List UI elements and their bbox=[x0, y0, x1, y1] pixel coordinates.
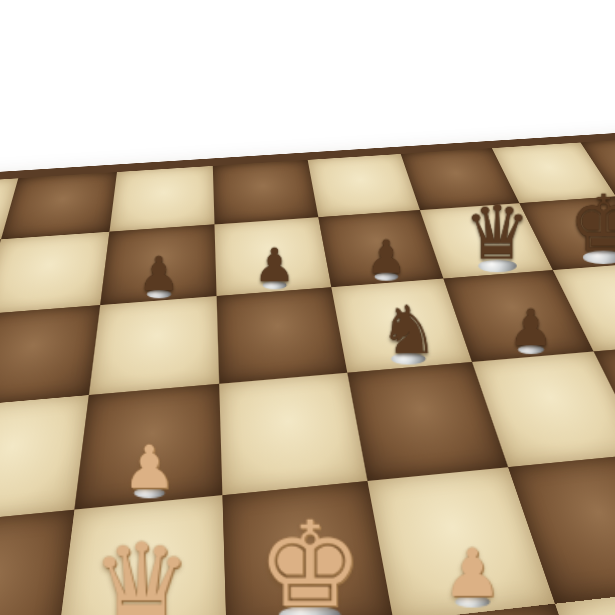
piece-black-king[interactable]: ♚ bbox=[569, 184, 615, 262]
square-b6[interactable] bbox=[0, 305, 100, 407]
square-d4[interactable]: ♚ bbox=[223, 481, 394, 615]
square-d8[interactable] bbox=[213, 160, 318, 225]
piece-white-pawn[interactable]: ♟ bbox=[122, 437, 175, 496]
square-c4[interactable]: ♛ bbox=[55, 495, 228, 615]
studio-backdrop: ♟♟♟♛♚♞♟♟♟♟♟♟♛♚♟♟♟♜ bbox=[0, 0, 615, 615]
square-c5[interactable]: ♟ bbox=[74, 384, 223, 510]
square-c8[interactable] bbox=[109, 166, 215, 232]
piece-black-knight[interactable]: ♞ bbox=[379, 297, 438, 363]
piece-black-pawn[interactable]: ♟ bbox=[253, 242, 294, 288]
square-b8[interactable] bbox=[1, 172, 117, 239]
piece-black-pawn[interactable]: ♟ bbox=[366, 233, 407, 279]
square-c6[interactable] bbox=[88, 296, 219, 395]
square-c7[interactable]: ♟ bbox=[100, 225, 217, 305]
square-b7[interactable] bbox=[0, 232, 109, 314]
square-d6[interactable] bbox=[217, 287, 347, 384]
piece-black-pawn[interactable]: ♟ bbox=[508, 302, 553, 352]
piece-black-pawn[interactable]: ♟ bbox=[138, 250, 180, 297]
square-d7[interactable]: ♟ bbox=[215, 217, 332, 295]
piece-black-queen[interactable]: ♛ bbox=[463, 196, 530, 271]
piece-white-king[interactable]: ♚ bbox=[258, 506, 364, 615]
piece-white-queen[interactable]: ♛ bbox=[91, 530, 193, 615]
chess-board: ♟♟♟♛♚♞♟♟♟♟♟♟♛♚♟♟♟♜ bbox=[0, 129, 615, 615]
piece-white-pawn[interactable]: ♟ bbox=[443, 540, 502, 606]
piece-white-pawn[interactable]: ♟ bbox=[0, 451, 26, 511]
square-d5[interactable] bbox=[220, 373, 368, 496]
board-perspective-wrap: ♟♟♟♛♚♞♟♟♟♟♟♟♛♚♟♟♟♜ bbox=[0, 128, 615, 615]
